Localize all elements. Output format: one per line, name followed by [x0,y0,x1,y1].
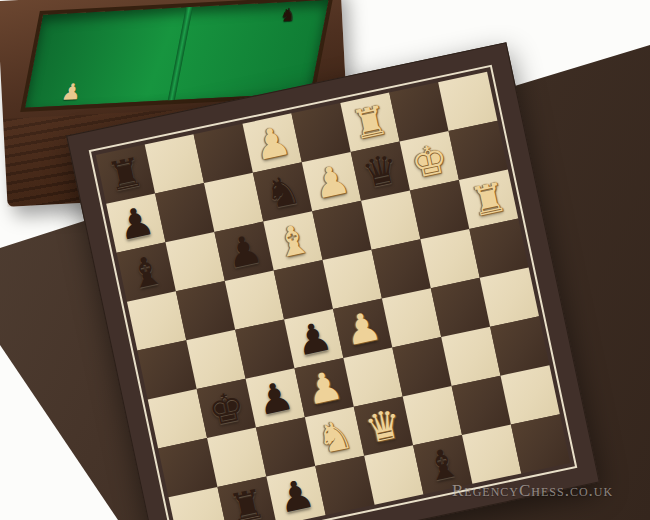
piece-black-queen: ♛ [359,148,402,195]
boxed-black-knight-icon: ♞ [278,5,298,24]
storage-box-divider [168,7,193,100]
board-grid: ♜♟♜♟♞♟♛♚♝♟♝♜♟♟♚♟♟♞♛♜♟♝ [96,72,570,520]
piece-black-knight: ♞ [261,169,304,216]
photo-stage: ♟ ♞ ♜♟♜♟♞♟♛♚♝♟♝♜♟♟♚♟♟♞♛♜♟♝ RegencyChess.… [0,0,650,520]
piece-black-bishop: ♝ [125,249,168,296]
piece-white-knight: ♞ [313,413,356,460]
piece-black-pawn: ♟ [274,472,317,519]
square-h1 [511,414,570,473]
piece-black-rook: ♜ [225,483,268,520]
piece-white-pawn: ♟ [341,305,384,352]
piece-white-bishop: ♝ [271,218,314,265]
piece-white-queen: ♛ [362,403,405,450]
boxed-white-pawn-icon: ♟ [59,81,83,104]
piece-white-pawn: ♟ [250,120,293,167]
piece-black-rook: ♜ [104,151,147,198]
piece-black-pawn: ♟ [254,375,297,422]
piece-black-pawn: ♟ [114,200,157,247]
piece-white-king: ♚ [408,137,451,184]
piece-black-pawn: ♟ [222,228,265,275]
watermark: RegencyChess.co.uk [452,481,613,501]
piece-white-pawn: ♟ [310,158,353,205]
piece-black-king: ♚ [205,385,248,432]
piece-white-pawn: ♟ [302,364,345,411]
piece-black-pawn: ♟ [292,315,335,362]
piece-white-rook: ♜ [467,176,510,223]
piece-white-rook: ♜ [348,99,391,146]
